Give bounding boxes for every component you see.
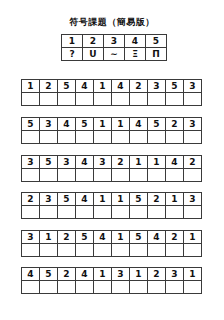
digit-cell: 3 [40,193,58,206]
digit-cell: 4 [166,156,184,169]
answer-cell[interactable] [40,244,58,257]
digit-cell: 4 [76,80,94,93]
answer-cell[interactable] [76,131,94,144]
answer-cell[interactable] [130,244,148,257]
answer-cell[interactable] [184,169,202,182]
digit-cell: 5 [40,268,58,281]
answer-cell[interactable] [40,206,58,219]
task-grid: 1254142353 [21,79,202,106]
digit-cell: 2 [148,268,166,281]
answer-cell[interactable] [76,169,94,182]
answer-cell[interactable] [58,131,76,144]
digit-cell: 3 [112,268,130,281]
answer-cell[interactable] [40,131,58,144]
task-grid: 3534321142 [21,155,202,182]
digit-cell: 2 [130,80,148,93]
answer-cell[interactable] [40,281,58,294]
answer-cell[interactable] [148,206,166,219]
digit-cell: 3 [58,156,76,169]
answer-cell[interactable] [22,206,40,219]
digit-cell: 3 [184,118,202,131]
digit-cell: 5 [130,231,148,244]
answer-cell[interactable] [166,281,184,294]
digit-cell: 2 [40,80,58,93]
answer-cell[interactable] [112,169,130,182]
digit-cell: 2 [58,231,76,244]
answer-cell[interactable] [22,281,40,294]
answer-cell[interactable] [148,169,166,182]
digit-cell: 3 [148,80,166,93]
answer-cell[interactable] [40,93,58,106]
answer-cell[interactable] [112,281,130,294]
digit-cell: 4 [94,231,112,244]
answer-cell[interactable] [184,206,202,219]
answer-cell[interactable] [166,131,184,144]
digit-cell: 4 [58,118,76,131]
answer-cell[interactable] [112,206,130,219]
digit-cell: 5 [130,193,148,206]
task-grids: 1254142353534511452335343211422354115213… [21,0,202,320]
digit-cell: 3 [22,231,40,244]
answer-cell[interactable] [22,169,40,182]
digit-cell: 1 [112,231,130,244]
digit-cell: 2 [58,268,76,281]
digit-cell: 4 [76,156,94,169]
digit-cell: 1 [112,193,130,206]
digit-cell: 1 [94,118,112,131]
answer-cell[interactable] [76,244,94,257]
answer-cell[interactable] [76,281,94,294]
digit-cell: 3 [22,156,40,169]
answer-cell[interactable] [148,93,166,106]
answer-cell[interactable] [94,206,112,219]
digit-cell: 5 [22,118,40,131]
digit-cell: 3 [184,193,202,206]
answer-cell[interactable] [148,281,166,294]
digit-cell: 1 [184,268,202,281]
answer-cell[interactable] [112,131,130,144]
answer-cell[interactable] [94,93,112,106]
digit-cell: 1 [148,156,166,169]
digit-cell: 1 [94,193,112,206]
answer-cell[interactable] [130,206,148,219]
answer-cell[interactable] [184,244,202,257]
answer-cell[interactable] [130,281,148,294]
answer-cell[interactable] [22,93,40,106]
digit-cell: 1 [94,268,112,281]
answer-cell[interactable] [166,93,184,106]
digit-cell: 2 [22,193,40,206]
digit-cell: 4 [112,80,130,93]
digit-cell: 5 [76,118,94,131]
answer-cell[interactable] [184,93,202,106]
digit-cell: 5 [58,80,76,93]
digit-cell: 2 [184,156,202,169]
answer-cell[interactable] [58,93,76,106]
digit-cell: 1 [130,268,148,281]
answer-cell[interactable] [58,281,76,294]
answer-cell[interactable] [40,169,58,182]
answer-cell[interactable] [76,206,94,219]
digit-cell: 2 [166,231,184,244]
answer-cell[interactable] [94,169,112,182]
answer-cell[interactable] [130,169,148,182]
answer-cell[interactable] [58,169,76,182]
answer-cell[interactable] [166,206,184,219]
answer-cell[interactable] [22,244,40,257]
digit-cell: 2 [166,118,184,131]
answer-cell[interactable] [94,244,112,257]
answer-cell[interactable] [148,244,166,257]
worksheet-page: 符号課題（簡易版） 12345?U∼ΞΠ 1254142353534511452… [0,0,224,320]
digit-cell: 4 [130,118,148,131]
digit-cell: 5 [166,80,184,93]
digit-cell: 3 [184,80,202,93]
task-grid: 4524131231 [21,267,202,294]
digit-cell: 5 [40,156,58,169]
digit-cell: 5 [58,193,76,206]
task-grid: 2354115213 [21,192,202,219]
task-grid: 3125415421 [21,230,202,257]
digit-cell: 1 [184,231,202,244]
answer-cell[interactable] [112,244,130,257]
answer-cell[interactable] [166,244,184,257]
digit-cell: 1 [112,118,130,131]
digit-cell: 1 [94,80,112,93]
digit-cell: 1 [130,156,148,169]
answer-cell[interactable] [148,131,166,144]
digit-cell: 4 [148,231,166,244]
digit-cell: 1 [40,231,58,244]
answer-cell[interactable] [184,131,202,144]
digit-cell: 5 [148,118,166,131]
digit-cell: 3 [94,156,112,169]
digit-cell: 3 [40,118,58,131]
answer-cell[interactable] [58,244,76,257]
answer-cell[interactable] [112,93,130,106]
digit-cell: 2 [148,193,166,206]
digit-cell: 4 [22,268,40,281]
answer-cell[interactable] [76,93,94,106]
answer-cell[interactable] [94,281,112,294]
answer-cell[interactable] [184,281,202,294]
digit-cell: 3 [166,268,184,281]
task-grid: 5345114523 [21,117,202,144]
digit-cell: 5 [76,231,94,244]
answer-cell[interactable] [130,93,148,106]
digit-cell: 1 [22,80,40,93]
answer-cell[interactable] [58,206,76,219]
digit-cell: 1 [166,193,184,206]
answer-cell[interactable] [130,131,148,144]
answer-cell[interactable] [166,169,184,182]
digit-cell: 4 [76,268,94,281]
digit-cell: 2 [112,156,130,169]
digit-cell: 4 [76,193,94,206]
answer-cell[interactable] [22,131,40,144]
answer-cell[interactable] [94,131,112,144]
